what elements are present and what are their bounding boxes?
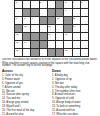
block-cell	[56, 1, 63, 8]
down-heading: Down	[52, 69, 98, 73]
grid-cell[interactable]	[56, 41, 63, 48]
block-cell	[31, 9, 38, 16]
clue-number: 21	[16, 49, 18, 51]
grid-cell[interactable]: 2	[40, 1, 47, 8]
clue-number: 19	[24, 41, 26, 43]
clue-number: 13	[48, 25, 50, 27]
clue-item-across-18: 18. Myself and I	[2, 105, 49, 108]
grid-cell[interactable]	[48, 41, 55, 48]
clue-number: 9	[32, 17, 33, 19]
grid-cell[interactable]	[73, 41, 80, 48]
block-cell	[23, 9, 30, 16]
grid-cell[interactable]	[73, 9, 80, 16]
grid-cell[interactable]: 1	[15, 1, 22, 8]
instructions-block: Use the crossword clues below to fill in…	[2, 58, 98, 68]
grid-cell[interactable]	[81, 33, 88, 40]
grid-cell[interactable]	[48, 1, 55, 8]
clue-number: 2	[40, 1, 41, 3]
clue-number: 15	[16, 33, 18, 35]
grid-cell[interactable]	[56, 25, 63, 32]
grid-cell[interactable]	[23, 49, 30, 56]
grid-cell[interactable]: 14	[73, 25, 80, 32]
clue-number: 7	[16, 17, 17, 19]
clue-number: 5	[81, 1, 82, 3]
clue-item-down-8: 8. A small red insect	[52, 93, 98, 96]
grid-cell[interactable]	[31, 25, 38, 32]
grid-cell[interactable]	[81, 49, 88, 56]
clue-item-across-6: 6. Opposite of yes	[2, 82, 49, 85]
crossword-grid: 123456789101112131415161718192122	[14, 0, 89, 57]
clue-number: 18	[16, 41, 18, 43]
clue-item-down-4: 4. The day after today	[52, 85, 98, 88]
block-cell	[31, 41, 38, 48]
grid-cell[interactable]	[81, 9, 88, 16]
clue-item-down-15: 15. A round red fruit	[52, 108, 98, 111]
clue-number: 1	[16, 1, 17, 3]
block-cell	[56, 49, 63, 56]
block-cell	[15, 25, 22, 32]
grid-cell[interactable]: 17	[64, 33, 71, 40]
grid-cell[interactable]: 16	[48, 33, 55, 40]
grid-cell[interactable]: 13	[48, 25, 55, 32]
grid-cell[interactable]	[31, 1, 38, 8]
across-clue-list: 1. Color of the sky3. Frozen water6. Opp…	[2, 74, 49, 116]
clue-number: 22	[65, 49, 67, 51]
clue-number: 3	[65, 1, 66, 3]
grid-cell[interactable]: 21	[15, 49, 22, 56]
clue-item-down-17: 17. What the sun does	[52, 112, 98, 115]
clue-item-down-2: 2. Opposite of up	[52, 78, 98, 81]
grid-cell[interactable]: 12	[23, 25, 30, 32]
clue-number: 4	[73, 1, 74, 3]
grid-cell[interactable]	[15, 9, 22, 16]
clue-number: 17	[65, 33, 67, 35]
down-clues-column: Down 1. A baby dog2. Opposite of up3. No…	[52, 69, 98, 116]
grid-cell[interactable]: 11	[73, 17, 80, 24]
grid-cell[interactable]	[64, 41, 71, 48]
clue-number: 16	[48, 33, 50, 35]
grid-cell[interactable]	[81, 17, 88, 24]
clue-item-down-3: 3. Not wet	[52, 82, 98, 85]
clue-item-across-1: 1. Color of the sky	[2, 74, 49, 77]
grid-cell[interactable]	[40, 9, 47, 16]
block-cell	[64, 25, 71, 32]
grid-cell[interactable]: 15	[15, 33, 22, 40]
grid-cell[interactable]: 8	[23, 17, 30, 24]
clue-item-down-5: 5. The number after nine	[52, 89, 98, 92]
grid-cell[interactable]: 22	[64, 49, 71, 56]
across-clues-column: Across 1. Color of the sky3. Frozen wate…	[2, 69, 49, 116]
block-cell	[23, 33, 30, 40]
clue-item-across-21: 21. A word for also	[2, 112, 49, 115]
clue-item-across-3: 3. Frozen water	[2, 78, 49, 81]
block-cell	[48, 49, 55, 56]
grid-cell[interactable]	[40, 49, 47, 56]
crossword-worksheet-page: 123456789101112131415161718192122 Use th…	[0, 0, 100, 116]
grid-cell[interactable]	[40, 25, 47, 32]
grid-cell[interactable]: 7	[15, 17, 22, 24]
clue-item-across-20: 20. The first meal of the day	[2, 108, 49, 111]
clue-item-across-14: 14. You and me	[2, 97, 49, 100]
clue-number: 10	[57, 17, 59, 19]
across-heading: Across	[2, 69, 49, 73]
clue-number: 14	[73, 25, 75, 27]
clue-item-down-1: 1. A baby dog	[52, 74, 98, 77]
grid-cell[interactable]: 6	[64, 9, 71, 16]
clue-number: 12	[24, 25, 26, 27]
grid-cell[interactable]: 3	[64, 1, 71, 8]
clue-item-down-10: 10. A large body of water	[52, 101, 98, 104]
block-cell	[31, 49, 38, 56]
block-cell	[64, 17, 71, 24]
clue-item-across-16: 16. A large gray animal	[2, 101, 49, 104]
grid-cell[interactable]	[81, 25, 88, 32]
grid-cell[interactable]: 18	[15, 41, 22, 48]
clue-item-down-9: 9. Opposite of cold	[52, 97, 98, 100]
instructions-text: Use the crossword clues below to fill in…	[2, 58, 98, 67]
clue-item-across-7: 7. A farm animal	[2, 85, 49, 88]
grid-cell[interactable]: 5	[81, 1, 88, 8]
grid-cell[interactable]: 10	[56, 17, 63, 24]
grid-cell[interactable]: 19	[23, 41, 30, 48]
down-clue-list: 1. A baby dog2. Opposite of up3. Not wet…	[52, 74, 98, 116]
clue-number: 11	[73, 17, 75, 19]
clue-number: 8	[24, 17, 25, 19]
grid-cell[interactable]	[56, 33, 63, 40]
block-cell	[40, 33, 47, 40]
grid-cell[interactable]	[23, 1, 30, 8]
block-cell	[48, 9, 55, 16]
grid-cell[interactable]	[73, 33, 80, 40]
grid-cell[interactable]: 9	[31, 17, 38, 24]
clue-item-down-13: 13. To look at something	[52, 105, 98, 108]
clue-item-across-12: 12. Season after spring	[2, 93, 49, 96]
block-cell	[48, 17, 55, 24]
block-cell	[40, 17, 47, 24]
block-cell	[31, 33, 38, 40]
grid-cell[interactable]	[73, 49, 80, 56]
grid-cell[interactable]	[81, 41, 88, 48]
block-cell	[40, 41, 47, 48]
clue-item-across-11: 11. Not out	[2, 89, 49, 92]
block-cell	[56, 9, 63, 16]
clue-number: 6	[65, 9, 66, 11]
grid-cell[interactable]: 4	[73, 1, 80, 8]
